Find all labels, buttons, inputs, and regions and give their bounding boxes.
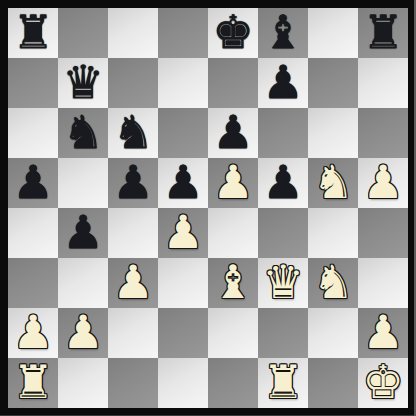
square-a1[interactable]: ♜ — [8, 358, 58, 408]
white-pawn: ♟ — [112, 258, 153, 307]
black-king: ♚ — [212, 8, 253, 57]
black-rook: ♜ — [362, 8, 403, 57]
square-b8[interactable] — [58, 8, 108, 58]
square-e4[interactable] — [208, 208, 258, 258]
black-pawn: ♟ — [262, 158, 303, 207]
square-h6[interactable] — [358, 108, 408, 158]
square-g1[interactable] — [308, 358, 358, 408]
square-b3[interactable] — [58, 258, 108, 308]
square-d8[interactable] — [158, 8, 208, 58]
black-pawn: ♟ — [62, 208, 103, 257]
square-d2[interactable] — [158, 308, 208, 358]
square-a7[interactable] — [8, 58, 58, 108]
square-b6[interactable]: ♞ — [58, 108, 108, 158]
square-h7[interactable] — [358, 58, 408, 108]
square-d7[interactable] — [158, 58, 208, 108]
square-h4[interactable] — [358, 208, 408, 258]
square-e7[interactable] — [208, 58, 258, 108]
square-f6[interactable] — [258, 108, 308, 158]
square-c8[interactable] — [108, 8, 158, 58]
black-pawn: ♟ — [262, 58, 303, 107]
square-a8[interactable]: ♜ — [8, 8, 58, 58]
chessboard-frame: ♜♚♝♜♛♟♞♞♟♟♟♟♟♟♞♟♟♟♟♝♛♞♟♟♟♜♜♚ — [0, 0, 416, 416]
square-a5[interactable]: ♟ — [8, 158, 58, 208]
black-pawn: ♟ — [112, 158, 153, 207]
square-e6[interactable]: ♟ — [208, 108, 258, 158]
chessboard: ♜♚♝♜♛♟♞♞♟♟♟♟♟♟♞♟♟♟♟♝♛♞♟♟♟♜♜♚ — [8, 8, 408, 408]
white-bishop: ♝ — [212, 258, 253, 307]
square-a4[interactable] — [8, 208, 58, 258]
square-d1[interactable] — [158, 358, 208, 408]
square-h2[interactable]: ♟ — [358, 308, 408, 358]
square-f8[interactable]: ♝ — [258, 8, 308, 58]
square-b7[interactable]: ♛ — [58, 58, 108, 108]
square-a6[interactable] — [8, 108, 58, 158]
square-c1[interactable] — [108, 358, 158, 408]
square-b1[interactable] — [58, 358, 108, 408]
square-f2[interactable] — [258, 308, 308, 358]
white-pawn: ♟ — [362, 308, 403, 357]
square-b4[interactable]: ♟ — [58, 208, 108, 258]
black-queen: ♛ — [62, 58, 103, 107]
white-pawn: ♟ — [162, 208, 203, 257]
square-g7[interactable] — [308, 58, 358, 108]
square-e3[interactable]: ♝ — [208, 258, 258, 308]
white-pawn: ♟ — [362, 158, 403, 207]
white-king: ♚ — [362, 358, 403, 407]
black-pawn: ♟ — [12, 158, 53, 207]
square-e2[interactable] — [208, 308, 258, 358]
square-h1[interactable]: ♚ — [358, 358, 408, 408]
square-c6[interactable]: ♞ — [108, 108, 158, 158]
white-knight: ♞ — [312, 158, 353, 207]
square-e1[interactable] — [208, 358, 258, 408]
square-c4[interactable] — [108, 208, 158, 258]
white-rook: ♜ — [12, 358, 53, 407]
square-g8[interactable] — [308, 8, 358, 58]
square-g2[interactable] — [308, 308, 358, 358]
square-c7[interactable] — [108, 58, 158, 108]
square-g3[interactable]: ♞ — [308, 258, 358, 308]
white-rook: ♜ — [262, 358, 303, 407]
square-e5[interactable]: ♟ — [208, 158, 258, 208]
square-f3[interactable]: ♛ — [258, 258, 308, 308]
black-pawn: ♟ — [212, 108, 253, 157]
square-c2[interactable] — [108, 308, 158, 358]
white-knight: ♞ — [312, 258, 353, 307]
square-d4[interactable]: ♟ — [158, 208, 208, 258]
square-d5[interactable]: ♟ — [158, 158, 208, 208]
square-h3[interactable] — [358, 258, 408, 308]
square-f4[interactable] — [258, 208, 308, 258]
square-a2[interactable]: ♟ — [8, 308, 58, 358]
white-pawn: ♟ — [62, 308, 103, 357]
black-bishop: ♝ — [262, 8, 303, 57]
square-c3[interactable]: ♟ — [108, 258, 158, 308]
black-rook: ♜ — [12, 8, 53, 57]
square-g5[interactable]: ♞ — [308, 158, 358, 208]
square-g4[interactable] — [308, 208, 358, 258]
square-f5[interactable]: ♟ — [258, 158, 308, 208]
square-c5[interactable]: ♟ — [108, 158, 158, 208]
square-g6[interactable] — [308, 108, 358, 158]
square-d6[interactable] — [158, 108, 208, 158]
square-b2[interactable]: ♟ — [58, 308, 108, 358]
black-pawn: ♟ — [162, 158, 203, 207]
square-b5[interactable] — [58, 158, 108, 208]
black-knight: ♞ — [62, 108, 103, 157]
white-pawn: ♟ — [212, 158, 253, 207]
square-h8[interactable]: ♜ — [358, 8, 408, 58]
square-f1[interactable]: ♜ — [258, 358, 308, 408]
square-e8[interactable]: ♚ — [208, 8, 258, 58]
square-d3[interactable] — [158, 258, 208, 308]
black-knight: ♞ — [112, 108, 153, 157]
white-queen: ♛ — [262, 258, 303, 307]
square-h5[interactable]: ♟ — [358, 158, 408, 208]
white-pawn: ♟ — [12, 308, 53, 357]
square-f7[interactable]: ♟ — [258, 58, 308, 108]
square-a3[interactable] — [8, 258, 58, 308]
